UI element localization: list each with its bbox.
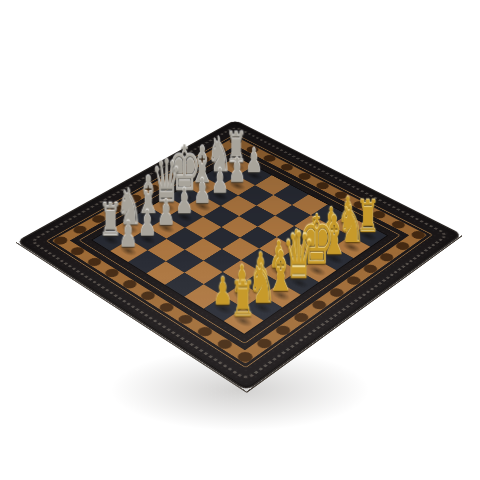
piece-black-pawn[interactable]: ♟ bbox=[157, 195, 176, 231]
piece-black-pawn[interactable]: ♟ bbox=[211, 164, 229, 199]
piece-black-pawn[interactable]: ♟ bbox=[175, 184, 193, 219]
piece-black-pawn[interactable]: ♟ bbox=[245, 144, 263, 178]
piece-black-pawn[interactable]: ♟ bbox=[228, 154, 246, 188]
piece-black-pawn[interactable]: ♟ bbox=[138, 205, 157, 241]
product-photo-scene: ♜♟♟♜♞♟♟♞♝♟♟♝♚♟♟♚♛♟♟♛♝♟♟♝♞♟♟♞♜♟♟♜ bbox=[0, 0, 480, 480]
piece-white-rook[interactable]: ♜ bbox=[231, 275, 256, 324]
piece-black-pawn[interactable]: ♟ bbox=[194, 174, 212, 209]
piece-black-pawn[interactable]: ♟ bbox=[119, 217, 138, 253]
